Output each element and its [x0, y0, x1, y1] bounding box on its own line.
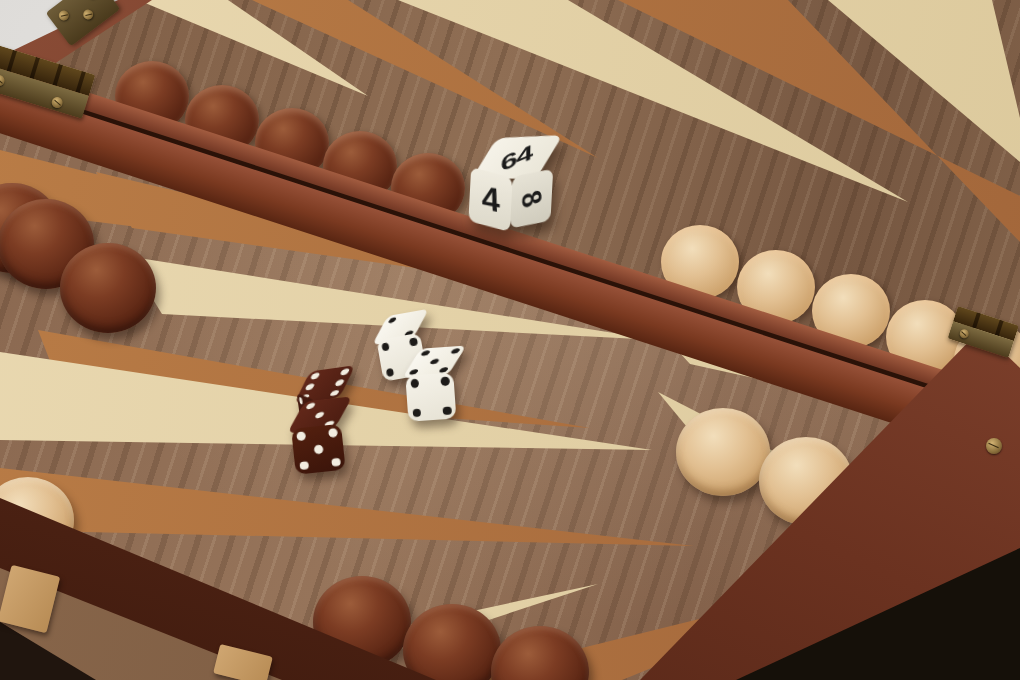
doubling-cube[interactable]: 64 4 8 [463, 129, 577, 252]
die-front-face [405, 372, 456, 421]
die-pip [412, 408, 421, 417]
die-pip [304, 403, 315, 410]
die-pip [328, 428, 337, 438]
die-pip [331, 457, 340, 467]
die-pip [305, 383, 316, 390]
screw-icon [86, 0, 100, 1]
cube-value-right: 8 [515, 186, 548, 212]
die-pip [334, 379, 345, 386]
screw-icon [81, 8, 95, 22]
die-pip [386, 368, 395, 377]
doubling-cube-left-face: 4 [468, 167, 512, 232]
die-pip [314, 444, 323, 454]
brass-screw [986, 438, 1002, 454]
checker-light[interactable] [676, 408, 770, 496]
die-pip [381, 342, 390, 351]
die-pip [420, 350, 431, 356]
die-pip [410, 379, 419, 388]
screw-icon [57, 8, 71, 22]
die-pip [310, 373, 321, 380]
die-pip [296, 431, 305, 441]
die-pip [443, 406, 452, 415]
backgammon-case-photo: 64 4 8 [0, 0, 1020, 680]
die-pip [409, 337, 418, 346]
cube-value-left: 4 [481, 179, 500, 221]
die-pip [314, 411, 325, 418]
doubling-cube-right-face: 8 [510, 169, 553, 229]
die-pip [429, 359, 440, 365]
die-pip [299, 461, 308, 471]
cube-value-top: 64 [501, 139, 533, 176]
white-die-2[interactable] [403, 346, 460, 423]
dark-die-2[interactable] [288, 395, 352, 476]
die-pip [387, 317, 397, 324]
die-pip [449, 348, 460, 354]
die-pip [339, 369, 350, 376]
die-pip [441, 377, 450, 386]
die-front-face [291, 424, 346, 475]
checker-dark[interactable] [60, 243, 156, 333]
